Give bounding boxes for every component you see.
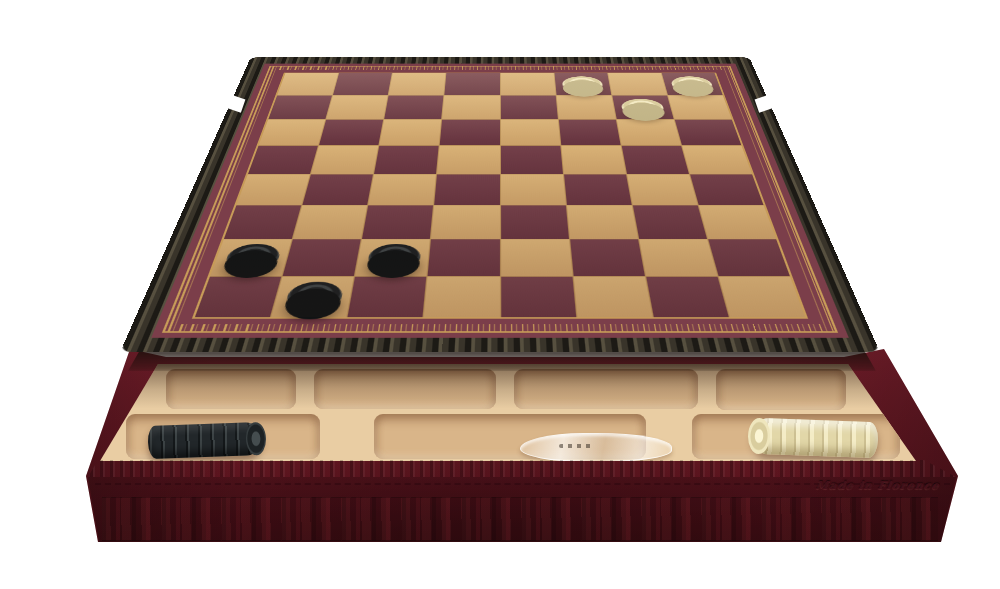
gold-ornament-border: ⛀⛀⛀⛂⛂⛂ [162, 66, 838, 333]
tray-compartment-back-1 [166, 369, 296, 409]
board-shadow [128, 350, 876, 371]
tray-compartment-back-3 [514, 369, 698, 409]
black-checker[interactable]: ⛂ [366, 244, 421, 271]
black-checkers-stack[interactable] [147, 422, 262, 459]
plastic-bag[interactable] [520, 433, 672, 462]
cream-checkers-stack[interactable] [751, 418, 878, 458]
tray-compartment-back-4 [716, 369, 846, 410]
made-in-florence-emboss: Made in Florence [815, 479, 947, 492]
black-checker[interactable]: ⛂ [283, 281, 344, 311]
pieces-layer: ⛀⛀⛀⛂⛂⛂ [195, 73, 805, 317]
checkers-set-product-photo: Made in Florence ⛀⛀⛀⛂⛂⛂ [0, 0, 1000, 589]
white-checker[interactable]: ⛀ [561, 76, 603, 92]
white-checker[interactable]: ⛀ [669, 76, 714, 92]
board-maroon-margin: ⛀⛀⛀⛂⛂⛂ [151, 64, 849, 338]
white-checker[interactable]: ⛀ [620, 99, 666, 117]
board-inner-margin: ⛀⛀⛀⛂⛂⛂ [180, 70, 820, 324]
black-checker[interactable]: ⛂ [222, 244, 282, 271]
tray-compartment-back-2 [314, 369, 496, 409]
